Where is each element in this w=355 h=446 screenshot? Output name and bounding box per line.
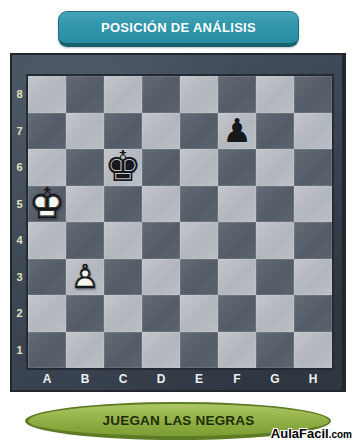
file-label-c: C [104,367,142,392]
white-king-outline: ♔ [28,186,66,223]
square-e6 [180,149,218,186]
square-h4 [294,222,332,259]
square-d1 [142,332,180,369]
square-g3 [256,259,294,296]
rank-label-7: 7 [12,113,27,150]
square-c4 [104,222,142,259]
white-pawn: ♟♙ [66,259,104,296]
square-a2 [28,295,66,332]
square-g2 [256,295,294,332]
rank-label-3: 3 [12,259,27,296]
square-f1 [218,332,256,369]
playing-area: ♟♚♚♔♟♙ [26,74,334,370]
rank-label-4: 4 [12,222,27,259]
square-h3 [294,259,332,296]
square-g5 [256,186,294,223]
square-c2 [104,295,142,332]
square-g8 [256,76,294,113]
file-label-d: D [142,367,180,392]
square-d7 [142,113,180,150]
square-f5 [218,186,256,223]
square-d5 [142,186,180,223]
file-label-f: F [218,367,256,392]
square-e5 [180,186,218,223]
square-b2 [66,295,104,332]
square-g4 [256,222,294,259]
square-b1 [66,332,104,369]
square-d8 [142,76,180,113]
square-c5 [104,186,142,223]
file-label-h: H [294,367,332,392]
square-c1 [104,332,142,369]
square-a5: ♚♔ [28,186,66,223]
square-h7 [294,113,332,150]
square-h2 [294,295,332,332]
brand-suffix: .com [329,429,352,440]
page-root: POSICIÓN DE ANÁLISIS ♟♚♚♔♟♙ 87654321 ABC… [0,0,355,446]
rank-label-2: 2 [12,295,27,332]
square-f4 [218,222,256,259]
square-a7 [28,113,66,150]
square-a4 [28,222,66,259]
square-g7 [256,113,294,150]
square-a8 [28,76,66,113]
brand-name: AulaFacil [271,426,329,441]
square-f2 [218,295,256,332]
square-c8 [104,76,142,113]
square-e7 [180,113,218,150]
page-title: POSICIÓN DE ANÁLISIS [101,20,256,35]
file-label-e: E [180,367,218,392]
square-b7 [66,113,104,150]
square-h6 [294,149,332,186]
square-f3 [218,259,256,296]
square-e4 [180,222,218,259]
square-c3 [104,259,142,296]
brand-logo: AulaFacil.com [271,427,352,442]
white-king: ♚♔ [28,186,66,223]
black-pawn: ♟ [218,113,256,150]
square-g6 [256,149,294,186]
square-g1 [256,332,294,369]
square-b6 [66,149,104,186]
square-e1 [180,332,218,369]
square-f8 [218,76,256,113]
file-label-b: B [66,367,104,392]
square-e2 [180,295,218,332]
square-d2 [142,295,180,332]
rank-label-1: 1 [12,332,27,369]
square-h1 [294,332,332,369]
rank-label-6: 6 [12,149,27,186]
square-b8 [66,76,104,113]
square-c6: ♚ [104,149,142,186]
square-h5 [294,186,332,223]
rank-label-8: 8 [12,76,27,113]
chess-board-frame: ♟♚♚♔♟♙ 87654321 ABCDEFGH [10,53,346,392]
square-d6 [142,149,180,186]
square-e3 [180,259,218,296]
file-label-g: G [256,367,294,392]
square-a1 [28,332,66,369]
square-d4 [142,222,180,259]
square-b5 [66,186,104,223]
square-e8 [180,76,218,113]
file-label-a: A [28,367,66,392]
square-b4 [66,222,104,259]
square-f7: ♟ [218,113,256,150]
square-d3 [142,259,180,296]
rank-label-5: 5 [12,186,27,223]
title-banner: POSICIÓN DE ANÁLISIS [58,11,299,47]
white-pawn-outline: ♙ [66,259,104,296]
square-f6 [218,149,256,186]
square-h8 [294,76,332,113]
black-king: ♚ [104,149,142,186]
turn-banner-label: JUEGAN LAS NEGRAS [103,413,255,428]
square-a3 [28,259,66,296]
square-b3: ♟♙ [66,259,104,296]
